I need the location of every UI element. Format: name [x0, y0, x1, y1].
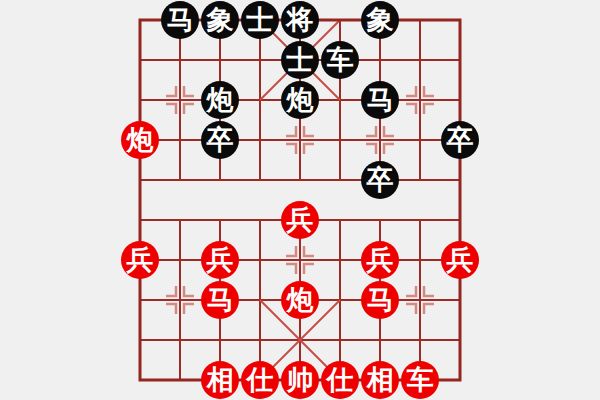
piece-red-chariot[interactable]: 车: [401, 361, 439, 399]
piece-black-advisor[interactable]: 士: [241, 1, 279, 39]
piece-red-advisor[interactable]: 仕: [241, 361, 279, 399]
piece-red-cannon[interactable]: 炮: [121, 121, 159, 159]
piece-red-horse[interactable]: 马: [201, 281, 239, 319]
piece-black-chariot[interactable]: 车: [321, 41, 359, 79]
xiangqi-board: 马象士将象士车炮炮马炮卒卒卒兵兵兵兵兵马炮马相仕帅仕相车: [0, 0, 600, 400]
piece-black-general[interactable]: 将: [281, 1, 319, 39]
piece-black-advisor[interactable]: 士: [281, 41, 319, 79]
piece-red-soldier[interactable]: 兵: [121, 241, 159, 279]
piece-black-cannon[interactable]: 炮: [201, 81, 239, 119]
piece-red-cannon[interactable]: 炮: [281, 281, 319, 319]
piece-red-horse[interactable]: 马: [361, 281, 399, 319]
piece-black-horse[interactable]: 马: [361, 81, 399, 119]
piece-red-elephant[interactable]: 相: [361, 361, 399, 399]
piece-black-horse[interactable]: 马: [161, 1, 199, 39]
piece-red-general[interactable]: 帅: [281, 361, 319, 399]
board-grid[interactable]: 马象士将象士车炮炮马炮卒卒卒兵兵兵兵兵马炮马相仕帅仕相车: [120, 0, 480, 400]
piece-red-soldier[interactable]: 兵: [281, 201, 319, 239]
piece-black-soldier[interactable]: 卒: [441, 121, 479, 159]
piece-black-cannon[interactable]: 炮: [281, 81, 319, 119]
piece-red-advisor[interactable]: 仕: [321, 361, 359, 399]
piece-red-soldier[interactable]: 兵: [201, 241, 239, 279]
piece-black-soldier[interactable]: 卒: [361, 161, 399, 199]
piece-red-soldier[interactable]: 兵: [441, 241, 479, 279]
piece-black-elephant[interactable]: 象: [361, 1, 399, 39]
piece-black-elephant[interactable]: 象: [201, 1, 239, 39]
piece-red-soldier[interactable]: 兵: [361, 241, 399, 279]
piece-red-elephant[interactable]: 相: [201, 361, 239, 399]
piece-black-soldier[interactable]: 卒: [201, 121, 239, 159]
